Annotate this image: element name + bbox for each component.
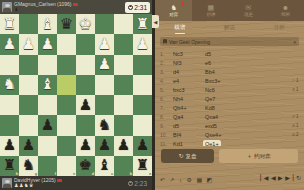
move-row: 2.Nf3e6 xyxy=(160,58,299,67)
opponent-clock-time: 2:31 xyxy=(134,4,147,11)
piece-bR-a8[interactable]: ♜ xyxy=(136,158,149,173)
profile-icon: ☻ xyxy=(282,4,289,11)
square-f5[interactable] xyxy=(38,95,57,115)
material-badge: ♗1 xyxy=(291,87,299,92)
square-b8[interactable]: b xyxy=(114,156,133,176)
square-f3[interactable] xyxy=(38,55,57,75)
tab-label: 我的 xyxy=(281,12,290,17)
square-g8[interactable]: ♞g xyxy=(19,156,38,176)
move-row: 1.Nc3d5 xyxy=(160,49,299,58)
file-label-c: c xyxy=(111,172,113,176)
tab-4[interactable]: ☻我的 xyxy=(267,0,304,21)
black-move[interactable]: Kd8 xyxy=(203,105,235,111)
plus-icon: ＋ xyxy=(246,153,252,159)
clock-icon xyxy=(128,5,133,10)
square-c1[interactable] xyxy=(95,14,114,34)
prev-move-icon[interactable]: ◀ xyxy=(271,174,275,181)
opening-row[interactable]: Van Geet Opening ▾ xyxy=(160,37,299,46)
move-row: 11.Kd1Qe1+ xyxy=(160,139,299,146)
restart-icon: ↻ xyxy=(178,153,183,159)
square-b4[interactable] xyxy=(114,75,133,95)
move-number: 4. xyxy=(160,78,171,84)
undo-icon[interactable]: ↶ xyxy=(160,177,165,183)
chess-app: GMagnus_Carlsen (1096) ♝ 2:31 ♜♝♛♚♜♟♟♟♟♟… xyxy=(0,0,304,190)
square-f1[interactable]: ♝ xyxy=(38,14,57,34)
piece-wP-h2[interactable]: ♟ xyxy=(3,37,16,52)
square-b5[interactable] xyxy=(114,95,133,115)
square-e6[interactable] xyxy=(57,115,76,135)
move-number: 3. xyxy=(160,69,171,75)
square-a7[interactable]: ♟ xyxy=(133,136,152,156)
white-move[interactable]: Bf4 xyxy=(171,132,203,138)
material-badge: ♙1 xyxy=(291,123,299,128)
black-move[interactable]: Bb4 xyxy=(203,69,235,75)
square-a5[interactable] xyxy=(133,95,152,115)
side-panel: ◀ ♞对弈▦棋谱✉消息☻我的 棋谱解说分析 Van Geet Opening ▾… xyxy=(152,0,304,190)
move-row: 3.d4Bb4 xyxy=(160,67,299,76)
square-c7[interactable]: ♟ xyxy=(95,136,114,156)
move-number: 9. xyxy=(160,123,171,129)
tab-label: 对弈 xyxy=(169,12,178,17)
square-g2[interactable]: ♟ xyxy=(19,34,38,54)
piece-bP-c7[interactable]: ♟ xyxy=(98,138,111,153)
square-e4[interactable] xyxy=(57,75,76,95)
square-h1[interactable]: ♜ xyxy=(0,14,19,34)
square-d1[interactable]: ♚ xyxy=(76,14,95,34)
black-move[interactable]: Qe7 xyxy=(203,96,235,102)
share-icon[interactable]: ↗ xyxy=(170,177,175,183)
move-row: 9.d5exd5♙1 xyxy=(160,121,299,130)
square-g6[interactable] xyxy=(19,115,38,135)
square-b3[interactable] xyxy=(114,55,133,75)
piece-bP-d5[interactable]: ♟ xyxy=(79,98,92,113)
bottom-toolbar: ↶↗↓⚙▦◩ ▏◀◀▶▶▕↻ xyxy=(155,166,304,190)
piece-wR-a1[interactable]: ♜ xyxy=(136,17,149,32)
player-flag-icon xyxy=(57,179,62,183)
square-d7[interactable]: ♟ xyxy=(76,136,95,156)
collapse-panel-button[interactable]: ◀ xyxy=(152,15,159,28)
square-d6[interactable] xyxy=(76,115,95,135)
move-row: 8.Qa4Qxa4♕1 xyxy=(160,112,299,121)
square-g1[interactable] xyxy=(19,14,38,34)
black-move[interactable]: exd5 xyxy=(203,123,235,129)
review-button-label: 复盘 xyxy=(185,153,196,160)
square-a3[interactable] xyxy=(133,55,152,75)
white-move[interactable]: Qb4+ xyxy=(171,105,203,111)
black-move[interactable]: Qxa4 xyxy=(203,114,235,120)
opponent-bar: GMagnus_Carlsen (1096) ♝ 2:31 xyxy=(0,0,152,14)
board-grid-icon: ▦ xyxy=(208,4,215,11)
piece-bB-c8[interactable]: ♝ xyxy=(98,158,111,173)
tab-2[interactable]: ▦棋谱 xyxy=(192,0,229,21)
autoplay-icon[interactable]: ↻ xyxy=(296,174,300,181)
square-c8[interactable]: ♝c xyxy=(95,156,114,176)
first-move-icon[interactable]: ▏◀ xyxy=(260,174,267,181)
move-row: 4.e4Bxc3+♘1 xyxy=(160,76,299,85)
file-label-a: a xyxy=(149,172,151,176)
square-e3[interactable] xyxy=(57,55,76,75)
piece-bN-c6[interactable]: ♞ xyxy=(98,118,111,133)
square-a4[interactable] xyxy=(133,75,152,95)
move-number: 5. xyxy=(160,87,171,93)
square-e2[interactable] xyxy=(57,34,76,54)
square-g4[interactable] xyxy=(19,75,38,95)
chess-board[interactable]: ♜♝♛♚♜♟♟♟♟♟♟♞♝♟♟♞♟♟♟♟♟♟♜h♞gfe♚d♝cb♜a xyxy=(0,14,152,176)
move-number: 10. xyxy=(160,132,171,138)
piece-bR-h8[interactable]: ♜ xyxy=(3,158,16,173)
square-g5[interactable] xyxy=(19,95,38,115)
square-h3[interactable] xyxy=(0,55,19,75)
square-h6[interactable] xyxy=(0,115,19,135)
tab-label: 消息 xyxy=(244,12,253,17)
black-move[interactable]: d5 xyxy=(203,51,235,57)
opening-expand-icon: ▾ xyxy=(293,39,296,45)
board-theme-icon[interactable]: ▦ xyxy=(196,177,202,183)
move-navigation: ▏◀◀▶▶▕↻ xyxy=(257,174,300,181)
sub-tab-bar: 棋谱解说分析 xyxy=(155,21,304,34)
subtab-1[interactable]: 棋谱 xyxy=(155,24,205,31)
black-move[interactable]: e6 xyxy=(203,60,235,66)
piece-bN-g8[interactable]: ♞ xyxy=(22,158,35,173)
last-move-icon[interactable]: ▶▕ xyxy=(285,174,292,181)
square-c4[interactable] xyxy=(95,75,114,95)
move-number: 7. xyxy=(160,105,171,111)
tab-1[interactable]: ♞对弈 xyxy=(155,0,192,21)
white-move[interactable]: e4 xyxy=(171,78,203,84)
move-number: 6. xyxy=(160,96,171,102)
square-d5[interactable]: ♟ xyxy=(76,95,95,115)
piece-wB-f4[interactable]: ♝ xyxy=(41,77,54,92)
white-move[interactable]: d4 xyxy=(171,69,203,75)
piece-bP-g7[interactable]: ♟ xyxy=(22,138,35,153)
square-h8[interactable]: ♜h xyxy=(0,156,19,176)
piece-bP-a7[interactable]: ♟ xyxy=(136,138,149,153)
opening-name: Van Geet Opening xyxy=(169,39,210,45)
square-a6[interactable] xyxy=(133,115,152,135)
file-label-b: b xyxy=(130,172,132,176)
subtab-3[interactable]: 分析 xyxy=(254,24,304,31)
material-badge: ♙2 xyxy=(291,132,299,137)
square-c3[interactable]: ♟ xyxy=(95,55,114,75)
square-b6[interactable] xyxy=(114,115,133,135)
square-g3[interactable] xyxy=(19,55,38,75)
clock-icon xyxy=(128,181,133,186)
move-number: 8. xyxy=(160,114,171,120)
square-d2[interactable] xyxy=(76,34,95,54)
piece-wP-g2[interactable]: ♟ xyxy=(22,37,35,52)
square-b2[interactable] xyxy=(114,34,133,54)
black-move[interactable]: Bxc3+ xyxy=(203,78,235,84)
square-h4[interactable]: ♞ xyxy=(0,75,19,95)
file-label-g: g xyxy=(35,172,37,176)
player-avatar[interactable] xyxy=(2,178,12,188)
square-e1[interactable]: ♛ xyxy=(57,14,76,34)
palette-icon[interactable]: ◩ xyxy=(207,177,213,183)
square-a8[interactable]: ♜a xyxy=(133,156,152,176)
move-number: 1. xyxy=(160,51,171,57)
piece-wK-d1[interactable]: ♚ xyxy=(79,17,92,32)
square-c6[interactable]: ♞ xyxy=(95,115,114,135)
move-number: 2. xyxy=(160,60,171,66)
player-clock-time: 2:23 xyxy=(134,180,147,187)
black-move[interactable]: Qxe4+ xyxy=(203,132,235,138)
piece-bP-d7[interactable]: ♟ xyxy=(79,138,92,153)
piece-bP-f6[interactable]: ♟ xyxy=(41,118,54,133)
subtab-2[interactable]: 解说 xyxy=(205,24,255,31)
square-e5[interactable] xyxy=(57,95,76,115)
piece-wB-f1[interactable]: ♝ xyxy=(41,17,54,32)
player-clock: 2:23 xyxy=(125,178,150,189)
piece-wR-h1[interactable]: ♜ xyxy=(3,17,16,32)
square-e7[interactable] xyxy=(57,136,76,156)
file-label-f: f xyxy=(55,172,56,176)
material-badge: ♕1 xyxy=(291,114,299,119)
white-move[interactable]: Nh4 xyxy=(171,96,203,102)
file-label-d: d xyxy=(92,172,94,176)
move-row: 7.Qb4+Kd8 xyxy=(160,103,299,112)
piece-wP-c2[interactable]: ♟ xyxy=(98,37,111,52)
piece-bP-h7[interactable]: ♟ xyxy=(3,138,16,153)
square-b7[interactable]: ♟ xyxy=(114,136,133,156)
review-button[interactable]: ↻ 复盘 xyxy=(161,149,214,163)
piece-bQ-e1[interactable]: ♛ xyxy=(60,17,73,32)
piece-wP-f2[interactable]: ♟ xyxy=(41,37,54,52)
opponent-clock: 2:31 xyxy=(125,2,150,13)
player-bar: DavidHyver (1205) ♟♟♞♛ 2:23 xyxy=(0,176,152,190)
file-label-h: h xyxy=(16,172,18,176)
square-f8[interactable]: f xyxy=(38,156,57,176)
square-h7[interactable]: ♟ xyxy=(0,136,19,156)
opponent-captured-pieces: ♝ xyxy=(14,7,78,12)
square-d4[interactable] xyxy=(76,75,95,95)
square-d8[interactable]: ♚d xyxy=(76,156,95,176)
square-a1[interactable]: ♜ xyxy=(133,14,152,34)
message-icon: ✉ xyxy=(245,4,251,11)
piece-bP-b7[interactable]: ♟ xyxy=(117,138,130,153)
square-a2[interactable]: ♟ xyxy=(133,34,152,54)
new-game-button[interactable]: ＋ 约对弈 xyxy=(219,149,298,163)
tab-label: 棋谱 xyxy=(206,12,215,17)
square-e8[interactable]: e xyxy=(57,156,76,176)
board-column: GMagnus_Carlsen (1096) ♝ 2:31 ♜♝♛♚♜♟♟♟♟♟… xyxy=(0,0,152,190)
move-row: 6.Nh4Qe7 xyxy=(160,94,299,103)
book-icon xyxy=(163,39,167,44)
square-c2[interactable]: ♟ xyxy=(95,34,114,54)
square-c5[interactable] xyxy=(95,95,114,115)
piece-wN-h4[interactable]: ♞ xyxy=(3,77,16,92)
white-move[interactable]: Nf3 xyxy=(171,60,203,66)
new-game-button-label: 约对弈 xyxy=(254,153,271,160)
square-f7[interactable] xyxy=(38,136,57,156)
player-captured-pieces: ♟♟♞♛ xyxy=(14,183,62,188)
square-h5[interactable] xyxy=(0,95,19,115)
square-d3[interactable] xyxy=(76,55,95,75)
download-icon[interactable]: ↓ xyxy=(179,177,182,183)
opponent-flag-icon xyxy=(73,3,78,7)
tab-3[interactable]: ✉消息 xyxy=(230,0,267,21)
move-row: 5.bxc3Nc6♗1 xyxy=(160,85,299,94)
main-tab-bar: ♞对弈▦棋谱✉消息☻我的 xyxy=(155,0,304,21)
white-move[interactable]: Qa4 xyxy=(171,114,203,120)
settings-icon[interactable]: ⚙ xyxy=(187,177,192,183)
piece-bK-d8[interactable]: ♚ xyxy=(79,158,92,173)
black-move[interactable]: Nc6 xyxy=(203,87,235,93)
square-b1[interactable] xyxy=(114,14,133,34)
square-f6[interactable]: ♟ xyxy=(38,115,57,135)
material-badge: ♘1 xyxy=(291,78,299,83)
opponent-avatar[interactable] xyxy=(2,2,12,12)
white-move[interactable]: bxc3 xyxy=(171,87,203,93)
collapse-arrow-icon: ◀ xyxy=(154,19,158,25)
white-move[interactable]: d5 xyxy=(171,123,203,129)
piece-wP-c3[interactable]: ♟ xyxy=(98,57,111,72)
square-h2[interactable]: ♟ xyxy=(0,34,19,54)
notification-badge xyxy=(181,2,184,5)
next-move-icon[interactable]: ▶ xyxy=(278,174,282,181)
square-f4[interactable]: ♝ xyxy=(38,75,57,95)
move-row: 10.Bf4Qxe4+♙2 xyxy=(160,130,299,139)
square-g7[interactable]: ♟ xyxy=(19,136,38,156)
square-f2[interactable]: ♟ xyxy=(38,34,57,54)
move-list: 1.Nc3d52.Nf3e63.d4Bb44.e4Bxc3+♘15.bxc3Nc… xyxy=(155,47,304,146)
white-move[interactable]: Nc3 xyxy=(171,51,203,57)
file-label-e: e xyxy=(73,172,75,176)
piece-wP-a2[interactable]: ♟ xyxy=(136,37,149,52)
knight-icon: ♞ xyxy=(170,4,176,11)
